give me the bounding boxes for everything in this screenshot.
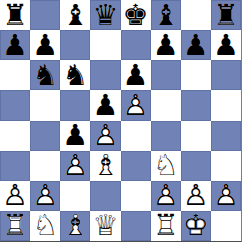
- square-b7[interactable]: ♟: [30, 30, 60, 60]
- chess-board: ♜♝♛♚♝♜♟♟♟♟♟♞♞♟♟♟♙♟♟♙♟♙♝♗♞♘♟♙♟♙♟♙♟♙♟♙♜♖♞♘…: [0, 0, 242, 242]
- square-c2[interactable]: [60, 181, 90, 211]
- square-f7[interactable]: ♟: [151, 30, 181, 60]
- black-queen-piece: ♛: [90, 0, 120, 30]
- square-g8[interactable]: [181, 0, 211, 30]
- white-pawn-piece-fill: ♟: [151, 181, 181, 211]
- square-b1[interactable]: ♞♘: [30, 211, 60, 241]
- square-a5[interactable]: [0, 90, 30, 120]
- white-rook-piece-fill: ♜: [0, 211, 30, 241]
- square-c6[interactable]: ♞: [60, 60, 90, 90]
- square-a8[interactable]: ♜: [0, 0, 30, 30]
- white-pawn-piece: ♙: [90, 121, 120, 151]
- square-b8[interactable]: [30, 0, 60, 30]
- square-f1[interactable]: ♜♖: [151, 211, 181, 241]
- square-h2[interactable]: ♟♙: [211, 181, 241, 211]
- square-a3[interactable]: [0, 151, 30, 181]
- square-d6[interactable]: [90, 60, 120, 90]
- square-c1[interactable]: ♝♗: [60, 211, 90, 241]
- black-bishop-piece: ♝: [60, 0, 90, 30]
- white-rook-piece: ♖: [151, 211, 181, 241]
- square-a4[interactable]: [0, 121, 30, 151]
- square-a2[interactable]: ♟♙: [0, 181, 30, 211]
- black-pawn-piece: ♟: [90, 90, 120, 120]
- square-c3[interactable]: ♟♙: [60, 151, 90, 181]
- white-pawn-piece-fill: ♟: [0, 181, 30, 211]
- black-pawn-piece: ♟: [211, 30, 241, 60]
- white-pawn-piece-fill: ♟: [30, 181, 60, 211]
- black-king-piece: ♚: [121, 0, 151, 30]
- square-h7[interactable]: ♟: [211, 30, 241, 60]
- white-pawn-piece: ♙: [60, 151, 90, 181]
- white-bishop-piece-fill: ♝: [60, 211, 90, 241]
- white-king-piece-fill: ♚: [181, 211, 211, 241]
- square-e2[interactable]: [121, 181, 151, 211]
- square-b5[interactable]: [30, 90, 60, 120]
- square-g6[interactable]: [181, 60, 211, 90]
- white-pawn-piece-fill: ♟: [121, 90, 151, 120]
- square-g5[interactable]: [181, 90, 211, 120]
- black-knight-piece: ♞: [30, 60, 60, 90]
- white-rook-piece-fill: ♜: [151, 211, 181, 241]
- square-g1[interactable]: ♚♔: [181, 211, 211, 241]
- white-pawn-piece-fill: ♟: [211, 181, 241, 211]
- black-pawn-piece: ♟: [0, 30, 30, 60]
- square-g3[interactable]: [181, 151, 211, 181]
- square-e5[interactable]: ♟♙: [121, 90, 151, 120]
- square-d5[interactable]: ♟: [90, 90, 120, 120]
- white-pawn-piece: ♙: [181, 181, 211, 211]
- square-d1[interactable]: ♛♕: [90, 211, 120, 241]
- square-e1[interactable]: [121, 211, 151, 241]
- square-d3[interactable]: ♝♗: [90, 151, 120, 181]
- square-h8[interactable]: ♜: [211, 0, 241, 30]
- white-pawn-piece: ♙: [121, 90, 151, 120]
- square-g4[interactable]: [181, 121, 211, 151]
- square-d8[interactable]: ♛: [90, 0, 120, 30]
- square-f4[interactable]: [151, 121, 181, 151]
- black-pawn-piece: ♟: [30, 30, 60, 60]
- square-f3[interactable]: ♞♘: [151, 151, 181, 181]
- square-e4[interactable]: [121, 121, 151, 151]
- square-b2[interactable]: ♟♙: [30, 181, 60, 211]
- black-bishop-piece: ♝: [151, 0, 181, 30]
- square-e6[interactable]: ♟: [121, 60, 151, 90]
- black-pawn-piece: ♟: [151, 30, 181, 60]
- square-a1[interactable]: ♜♖: [0, 211, 30, 241]
- square-d7[interactable]: [90, 30, 120, 60]
- white-queen-piece: ♕: [90, 211, 120, 241]
- square-h5[interactable]: [211, 90, 241, 120]
- white-pawn-piece-fill: ♟: [60, 151, 90, 181]
- square-a6[interactable]: [0, 60, 30, 90]
- black-rook-piece: ♜: [211, 0, 241, 30]
- white-pawn-piece-fill: ♟: [181, 181, 211, 211]
- square-h6[interactable]: [211, 60, 241, 90]
- white-bishop-piece: ♗: [90, 151, 120, 181]
- square-c4[interactable]: ♟: [60, 121, 90, 151]
- square-b4[interactable]: [30, 121, 60, 151]
- square-c5[interactable]: [60, 90, 90, 120]
- square-d4[interactable]: ♟♙: [90, 121, 120, 151]
- square-h1[interactable]: [211, 211, 241, 241]
- white-bishop-piece-fill: ♝: [90, 151, 120, 181]
- square-e8[interactable]: ♚: [121, 0, 151, 30]
- square-b6[interactable]: ♞: [30, 60, 60, 90]
- square-a7[interactable]: ♟: [0, 30, 30, 60]
- white-knight-piece: ♘: [30, 211, 60, 241]
- white-queen-piece-fill: ♛: [90, 211, 120, 241]
- black-pawn-piece: ♟: [60, 121, 90, 151]
- square-f2[interactable]: ♟♙: [151, 181, 181, 211]
- square-f6[interactable]: [151, 60, 181, 90]
- square-g7[interactable]: ♟: [181, 30, 211, 60]
- square-f8[interactable]: ♝: [151, 0, 181, 30]
- white-pawn-piece: ♙: [211, 181, 241, 211]
- white-pawn-piece: ♙: [151, 181, 181, 211]
- white-pawn-piece: ♙: [30, 181, 60, 211]
- square-e3[interactable]: [121, 151, 151, 181]
- white-knight-piece: ♘: [151, 151, 181, 181]
- square-f5[interactable]: [151, 90, 181, 120]
- white-rook-piece: ♖: [0, 211, 30, 241]
- black-rook-piece: ♜: [0, 0, 30, 30]
- white-pawn-piece-fill: ♟: [90, 121, 120, 151]
- white-knight-piece-fill: ♞: [151, 151, 181, 181]
- square-b3[interactable]: [30, 151, 60, 181]
- white-king-piece: ♔: [181, 211, 211, 241]
- white-bishop-piece: ♗: [60, 211, 90, 241]
- black-pawn-piece: ♟: [181, 30, 211, 60]
- square-d2[interactable]: [90, 181, 120, 211]
- black-pawn-piece: ♟: [121, 60, 151, 90]
- square-c8[interactable]: ♝: [60, 0, 90, 30]
- square-h4[interactable]: [211, 121, 241, 151]
- black-knight-piece: ♞: [60, 60, 90, 90]
- square-e7[interactable]: [121, 30, 151, 60]
- white-pawn-piece: ♙: [0, 181, 30, 211]
- square-c7[interactable]: [60, 30, 90, 60]
- square-h3[interactable]: [211, 151, 241, 181]
- square-g2[interactable]: ♟♙: [181, 181, 211, 211]
- white-knight-piece-fill: ♞: [30, 211, 60, 241]
